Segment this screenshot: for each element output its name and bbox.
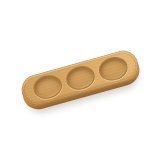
pit-3: [96, 54, 130, 84]
pit-2: [63, 63, 97, 93]
pit-1: [30, 72, 64, 102]
product-photo-scene: [0, 0, 160, 160]
wooden-tray-board: [18, 47, 142, 109]
